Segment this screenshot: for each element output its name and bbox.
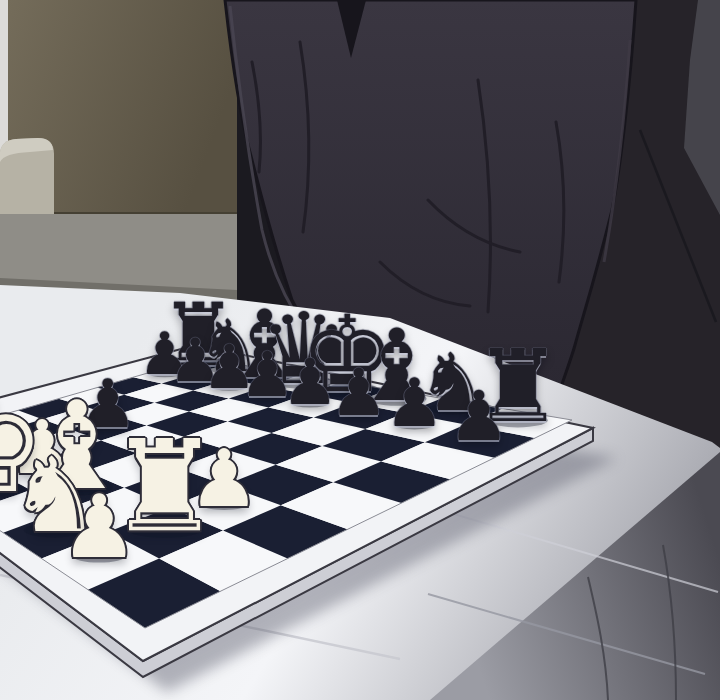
piece-contact-shadow xyxy=(73,550,125,562)
piece-contact-shadow xyxy=(20,465,64,475)
comic-panel: ♜♞♟♝♟♛♟♚♟♝♟♞♟♜♟♟♟♟♝♚♟♜♞♟ xyxy=(0,0,720,700)
piece-contact-shadow xyxy=(488,413,548,427)
piece-contact-shadow xyxy=(40,478,113,495)
piece-contact-shadow xyxy=(24,523,86,537)
piece-contact-shadow xyxy=(429,403,477,414)
piece-contact-shadow xyxy=(291,399,329,408)
piece-contact-shadow xyxy=(458,433,499,443)
piece-contact-shadow xyxy=(316,383,379,398)
piece-contact-shadow xyxy=(394,420,434,429)
piece-contact-shadow xyxy=(249,390,286,399)
piece-contact-shadow xyxy=(147,369,182,377)
piece-contact-shadow xyxy=(211,382,248,391)
piece-contact-shadow xyxy=(177,375,213,383)
piece-contact-shadow xyxy=(200,499,248,510)
piece-contact-shadow xyxy=(88,421,128,430)
piece-contact-shadow xyxy=(127,520,203,538)
chess-board xyxy=(0,0,720,700)
piece-contact-shadow xyxy=(367,392,427,406)
piece-contact-shadow xyxy=(339,409,378,418)
